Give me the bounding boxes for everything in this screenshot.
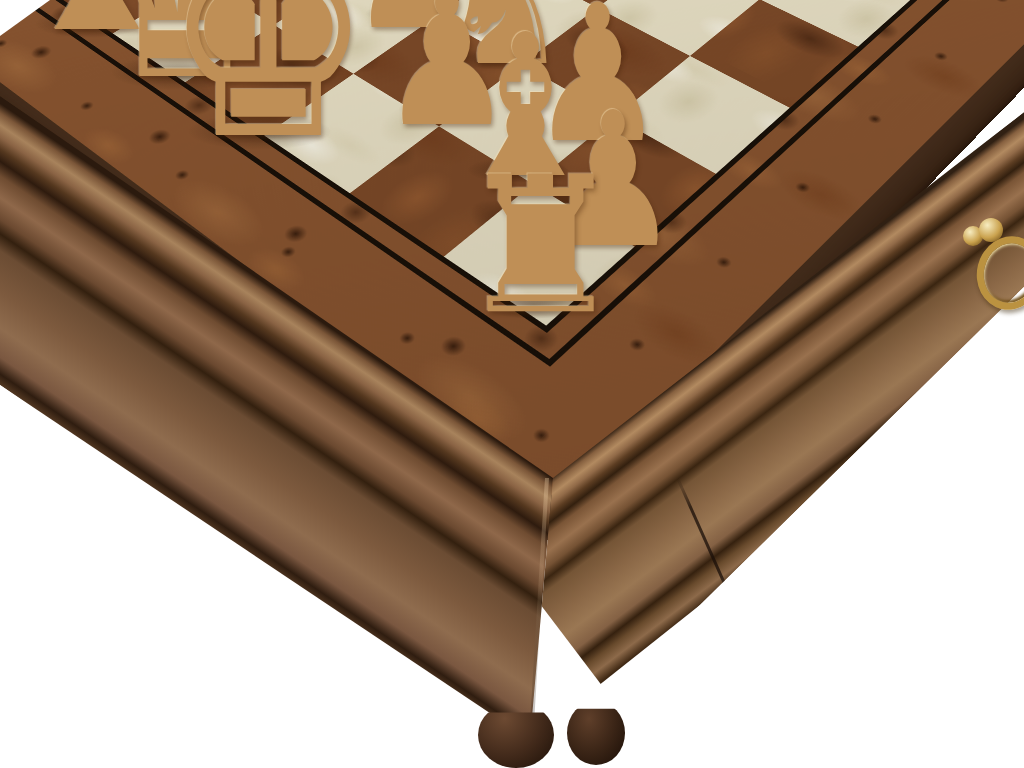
drawer-ring-pull xyxy=(0,0,1024,768)
product-photo-scene: ♝♛♚♟♟♞♝♟♟♜ xyxy=(0,0,1024,768)
